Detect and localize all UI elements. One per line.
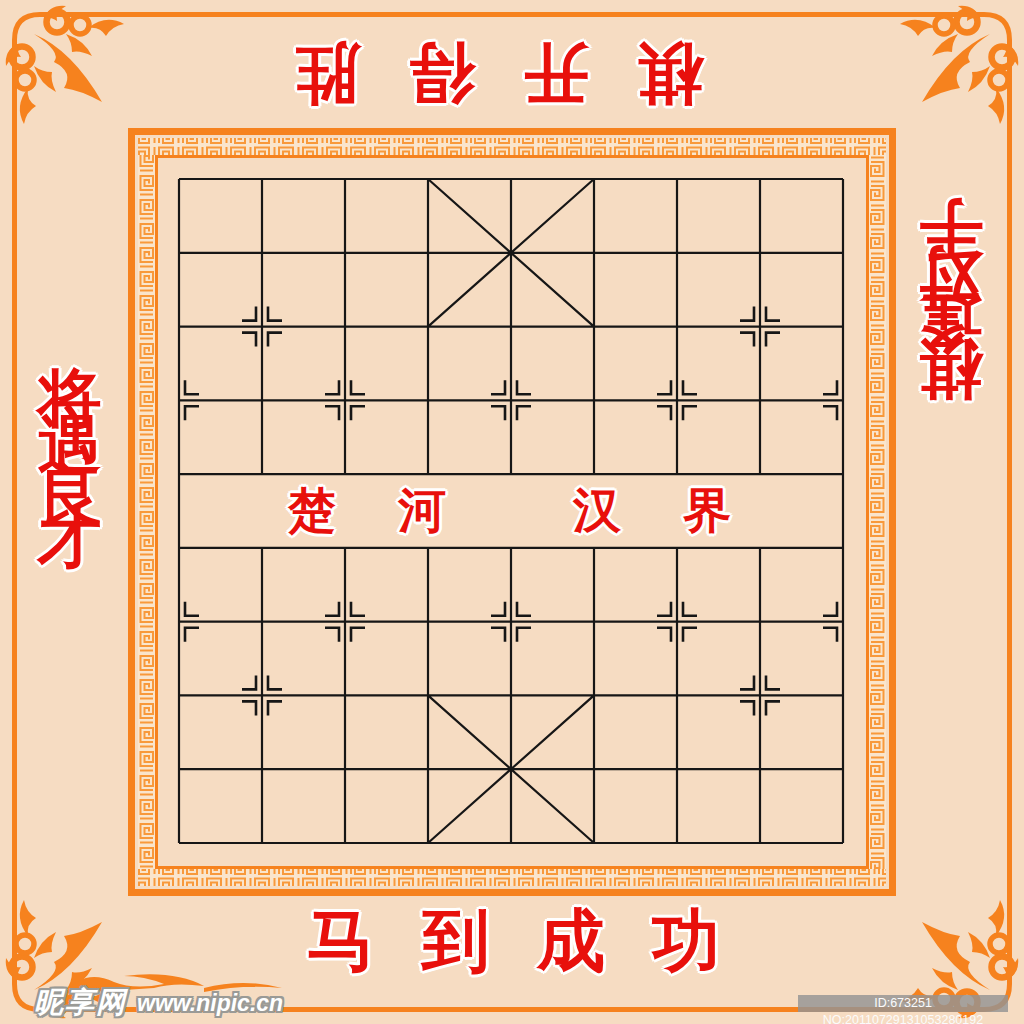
outer-border-right: [1007, 118, 1012, 906]
river-label-chu-he: 楚河: [288, 486, 508, 536]
outer-border-top: [118, 12, 906, 17]
motto-bottom: 马到成功: [307, 906, 767, 977]
corner-ornament-top-right: [894, 0, 1024, 130]
meander-strip-right: [869, 155, 886, 869]
motto-right: 棋逢对手: [918, 269, 984, 453]
motto-top: 棋开得胜: [247, 38, 703, 107]
page-background: 楚河 汉界 棋开得胜 马到成功 将遇良才 棋逢对手 昵享网 www.nipic.…: [0, 0, 1024, 1024]
watermark-image-id: ID:673251 NO:20110729131053280192: [798, 995, 1008, 1012]
meander-strip-bottom: [138, 869, 886, 886]
motto-left: 将遇良才: [36, 315, 102, 499]
river-label-han-jie: 汉界: [573, 486, 793, 536]
watermark-site-name: 昵享网: [34, 983, 127, 1023]
meander-strip-left: [138, 155, 155, 869]
watermark-site: 昵享网 www.nipic.cn: [34, 986, 283, 1020]
corner-ornament-top-left: [0, 0, 130, 130]
outer-border-left: [12, 118, 17, 906]
watermark-site-url: www.nipic.cn: [137, 990, 283, 1017]
meander-strip-top: [138, 138, 886, 155]
